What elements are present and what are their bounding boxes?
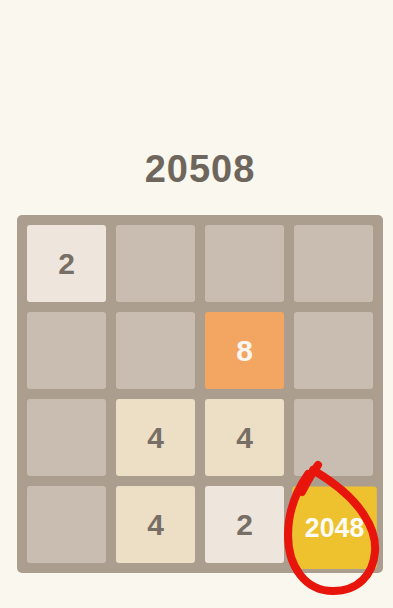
cell-r1c3 <box>205 225 284 302</box>
cell-r4c4-2048: 2048 <box>292 487 377 569</box>
cell-r4c1 <box>27 486 106 563</box>
cell-r1c1: 2 <box>27 225 106 302</box>
cell-r3c3: 4 <box>205 399 284 476</box>
cell-r2c1 <box>27 312 106 389</box>
cell-r2c2 <box>116 312 195 389</box>
cell-r3c4 <box>294 399 373 476</box>
board-2048[interactable]: 2 8 4 4 4 2 2048 <box>17 215 383 573</box>
cell-r3c1 <box>27 399 106 476</box>
cell-r3c2: 4 <box>116 399 195 476</box>
game-screen: 20508 2 8 4 4 4 2 2048 <box>0 0 393 608</box>
cell-r4c3: 2 <box>205 486 284 563</box>
cell-r1c2 <box>116 225 195 302</box>
score: 20508 <box>17 148 383 191</box>
cell-r4c2: 4 <box>116 486 195 563</box>
cell-r2c3: 8 <box>205 312 284 389</box>
cell-r2c4 <box>294 312 373 389</box>
cell-r1c4 <box>294 225 373 302</box>
